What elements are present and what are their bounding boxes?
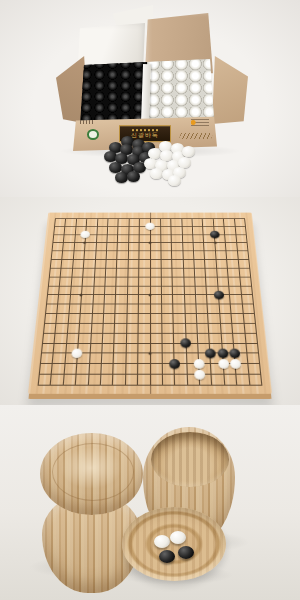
hoshi-dot [148, 352, 151, 355]
go-stone-black [205, 349, 216, 359]
go-stone-white [230, 359, 241, 369]
box-side-flap-right [212, 56, 248, 124]
dish-stone-white [170, 531, 186, 544]
brand-seal-icon [87, 129, 99, 140]
go-board [28, 213, 272, 394]
spilled-white-pile [143, 141, 195, 185]
spilled-stone-black [115, 172, 128, 183]
go-stone-black [169, 359, 180, 369]
box-small-print [80, 120, 95, 124]
go-stone-white [72, 349, 83, 359]
go-stone-white [194, 370, 205, 380]
plaque-small-print [132, 129, 158, 131]
stone-dish [122, 507, 226, 581]
go-stone-black [181, 339, 192, 348]
hoshi-dot [149, 241, 152, 243]
hoshi-dot [214, 241, 217, 243]
spilled-stone-black [127, 171, 140, 182]
go-stone-white [218, 359, 229, 369]
spilled-stone-white [182, 146, 195, 157]
hoshi-dot [83, 241, 86, 243]
hoshi-dot [80, 294, 83, 297]
dish-stone-black [178, 546, 194, 559]
photo-go-bowls [0, 405, 300, 600]
board-fold-seam [150, 213, 151, 394]
photo-stone-box: 신광바둑 [0, 0, 300, 197]
open-bowl-opening [151, 432, 229, 487]
go-stone-black [210, 231, 220, 238]
go-stone-white [81, 231, 91, 238]
white-stones-compartment [147, 59, 214, 125]
spilled-stone-white [168, 175, 181, 186]
closed-bowl-lid-sheen [60, 447, 122, 489]
go-stone-black [213, 291, 224, 299]
go-stone-white [193, 359, 204, 369]
dish-stone-black [159, 550, 175, 563]
brand-mark-icon [191, 119, 209, 126]
go-stone-black [217, 349, 228, 359]
black-stones-compartment [80, 59, 147, 125]
script-logo [179, 133, 213, 139]
photo-go-board [0, 197, 300, 405]
dish-stone-white [154, 535, 170, 548]
go-stone-black [229, 349, 240, 359]
go-stone-white [145, 223, 154, 230]
hoshi-dot [148, 294, 151, 297]
board-overlay [38, 218, 263, 385]
